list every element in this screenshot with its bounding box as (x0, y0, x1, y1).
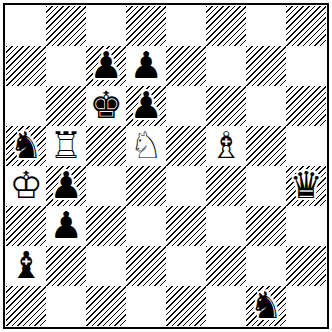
square-b4[interactable]: ♟ (46, 166, 86, 206)
square-g6[interactable] (246, 86, 286, 126)
square-h6[interactable] (286, 86, 326, 126)
square-c2[interactable] (86, 246, 126, 286)
square-d6[interactable]: ♟ (126, 86, 166, 126)
square-f6[interactable] (206, 86, 246, 126)
square-g8[interactable] (246, 6, 286, 46)
square-g1[interactable]: ♞ (246, 286, 286, 326)
square-c7[interactable]: ♟ (86, 46, 126, 86)
square-d5[interactable]: ♘ (126, 126, 166, 166)
square-b2[interactable] (46, 246, 86, 286)
square-d8[interactable] (126, 6, 166, 46)
square-f4[interactable] (206, 166, 246, 206)
square-d1[interactable] (126, 286, 166, 326)
square-g4[interactable] (246, 166, 286, 206)
black-bishop-a2: ♝ (9, 246, 42, 286)
square-e4[interactable] (166, 166, 206, 206)
white-knight-d5: ♘ (129, 126, 162, 166)
square-h4[interactable]: ♛ (286, 166, 326, 206)
square-e1[interactable] (166, 286, 206, 326)
square-f7[interactable] (206, 46, 246, 86)
square-b5[interactable]: ♖ (46, 126, 86, 166)
square-e8[interactable] (166, 6, 206, 46)
square-h7[interactable] (286, 46, 326, 86)
square-f3[interactable] (206, 206, 246, 246)
square-c5[interactable] (86, 126, 126, 166)
black-pawn-d7: ♟ (129, 46, 162, 86)
square-b1[interactable] (46, 286, 86, 326)
square-f2[interactable] (206, 246, 246, 286)
square-a1[interactable] (6, 286, 46, 326)
square-g5[interactable] (246, 126, 286, 166)
square-a6[interactable] (6, 86, 46, 126)
black-knight-g1: ♞ (249, 286, 282, 326)
black-queen-h4: ♛ (289, 166, 322, 206)
square-g2[interactable] (246, 246, 286, 286)
black-knight-a5: ♞ (9, 126, 42, 166)
square-a2[interactable]: ♝ (6, 246, 46, 286)
black-pawn-d6: ♟ (129, 86, 162, 126)
square-f1[interactable] (206, 286, 246, 326)
square-a7[interactable] (6, 46, 46, 86)
black-pawn-b4: ♟ (49, 166, 82, 206)
white-rook-b5: ♖ (49, 126, 82, 166)
square-f5[interactable]: ♗ (206, 126, 246, 166)
square-e2[interactable] (166, 246, 206, 286)
square-d7[interactable]: ♟ (126, 46, 166, 86)
square-b8[interactable] (46, 6, 86, 46)
chess-board: ♟♟♚♟♞♖♘♗♔♟♛♟♝♞ (3, 3, 329, 329)
square-c8[interactable] (86, 6, 126, 46)
square-c1[interactable] (86, 286, 126, 326)
square-b6[interactable] (46, 86, 86, 126)
black-pawn-b3: ♟ (49, 206, 82, 246)
square-c3[interactable] (86, 206, 126, 246)
square-b3[interactable]: ♟ (46, 206, 86, 246)
square-h3[interactable] (286, 206, 326, 246)
square-a5[interactable]: ♞ (6, 126, 46, 166)
square-b7[interactable] (46, 46, 86, 86)
black-king-c6: ♚ (89, 86, 122, 126)
square-g3[interactable] (246, 206, 286, 246)
black-pawn-c7: ♟ (89, 46, 122, 86)
square-e7[interactable] (166, 46, 206, 86)
square-h2[interactable] (286, 246, 326, 286)
square-e6[interactable] (166, 86, 206, 126)
square-d4[interactable] (126, 166, 166, 206)
square-d3[interactable] (126, 206, 166, 246)
square-h1[interactable] (286, 286, 326, 326)
square-d2[interactable] (126, 246, 166, 286)
square-h8[interactable] (286, 6, 326, 46)
diagram-frame: ♟♟♚♟♞♖♘♗♔♟♛♟♝♞ (0, 0, 332, 332)
white-bishop-f5: ♗ (209, 126, 242, 166)
square-g7[interactable] (246, 46, 286, 86)
square-c6[interactable]: ♚ (86, 86, 126, 126)
square-a4[interactable]: ♔ (6, 166, 46, 206)
square-a8[interactable] (6, 6, 46, 46)
square-a3[interactable] (6, 206, 46, 246)
white-king-a4: ♔ (9, 166, 42, 206)
square-e3[interactable] (166, 206, 206, 246)
square-f8[interactable] (206, 6, 246, 46)
square-c4[interactable] (86, 166, 126, 206)
square-e5[interactable] (166, 126, 206, 166)
square-h5[interactable] (286, 126, 326, 166)
